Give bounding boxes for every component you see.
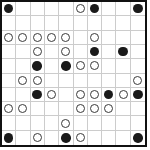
cell-r5c3[interactable] [31,59,45,73]
cell-r10c7[interactable] [88,131,102,145]
cell-r3c7[interactable] [88,31,102,45]
white-pearl [76,4,85,13]
cell-r3c10[interactable] [131,31,145,45]
cell-r7c3[interactable] [31,88,45,102]
cell-r1c4[interactable] [45,2,59,16]
white-pearl [76,133,85,142]
cell-r6c10[interactable] [131,74,145,88]
black-pearl [90,4,100,14]
black-pearl [61,61,71,71]
cell-r4c9[interactable] [116,45,130,59]
white-pearl [61,33,70,42]
white-pearl [133,76,142,85]
cell-r7c8[interactable] [102,88,116,102]
cell-r9c9[interactable] [116,116,130,130]
cell-r2c5[interactable] [59,16,73,30]
cell-r1c7[interactable] [88,2,102,16]
cell-r8c7[interactable] [88,102,102,116]
cell-r1c2[interactable] [16,2,30,16]
white-pearl [18,104,27,113]
white-pearl [76,104,85,113]
cell-r6c4[interactable] [45,74,59,88]
cell-r8c2[interactable] [16,102,30,116]
cell-r2c2[interactable] [16,16,30,30]
cell-r6c9[interactable] [116,74,130,88]
cell-r9c5[interactable] [59,116,73,130]
cell-r6c1[interactable] [2,74,16,88]
white-pearl [61,47,70,56]
cell-r2c10[interactable] [131,16,145,30]
cell-r10c8[interactable] [102,131,116,145]
cell-r8c10[interactable] [131,102,145,116]
cell-r5c8[interactable] [102,59,116,73]
cell-r4c2[interactable] [16,45,30,59]
cell-r7c5[interactable] [59,88,73,102]
cell-r3c5[interactable] [59,31,73,45]
black-pearl [104,90,114,100]
cell-r5c10[interactable] [131,59,145,73]
white-pearl [18,76,27,85]
cell-r3c3[interactable] [31,31,45,45]
cell-r6c3[interactable] [31,74,45,88]
cell-r9c2[interactable] [16,116,30,130]
cell-r2c1[interactable] [2,16,16,30]
cell-r8c3[interactable] [31,102,45,116]
cell-r10c5[interactable] [59,131,73,145]
cell-r6c5[interactable] [59,74,73,88]
white-pearl [119,90,128,99]
cell-r7c10[interactable] [131,88,145,102]
cell-r4c4[interactable] [45,45,59,59]
cell-r10c4[interactable] [45,131,59,145]
cell-r5c4[interactable] [45,59,59,73]
white-pearl [76,90,85,99]
cell-r8c9[interactable] [116,102,130,116]
white-pearl [33,47,42,56]
cell-r9c8[interactable] [102,116,116,130]
cell-r9c7[interactable] [88,116,102,130]
cell-r2c9[interactable] [116,16,130,30]
cell-r4c10[interactable] [131,45,145,59]
cell-r8c8[interactable] [102,102,116,116]
cell-r10c3[interactable] [31,131,45,145]
cell-r9c3[interactable] [31,116,45,130]
cell-r5c7[interactable] [88,59,102,73]
cell-r8c5[interactable] [59,102,73,116]
white-pearl [90,90,99,99]
white-pearl [33,133,42,142]
cell-r3c1[interactable] [2,31,16,45]
cell-r10c6[interactable] [74,131,88,145]
cell-r7c1[interactable] [2,88,16,102]
cell-r9c1[interactable] [2,116,16,130]
cell-r7c4[interactable] [45,88,59,102]
white-pearl [104,104,113,113]
cell-r3c4[interactable] [45,31,59,45]
cell-r4c6[interactable] [74,45,88,59]
cell-r4c3[interactable] [31,45,45,59]
cell-r10c1[interactable] [2,131,16,145]
cell-r8c4[interactable] [45,102,59,116]
cell-r3c9[interactable] [116,31,130,45]
cell-r7c6[interactable] [74,88,88,102]
cell-r2c6[interactable] [74,16,88,30]
white-pearl [4,104,13,113]
cell-r10c9[interactable] [116,131,130,145]
cell-r6c6[interactable] [74,74,88,88]
cell-r1c6[interactable] [74,2,88,16]
cell-r2c3[interactable] [31,16,45,30]
cell-r4c7[interactable] [88,45,102,59]
white-pearl [47,33,56,42]
cell-r5c2[interactable] [16,59,30,73]
cell-r8c6[interactable] [74,102,88,116]
black-pearl [133,133,143,143]
cell-r8c1[interactable] [2,102,16,116]
cell-r5c5[interactable] [59,59,73,73]
black-pearl [32,90,42,100]
cell-r3c6[interactable] [74,31,88,45]
cell-r1c9[interactable] [116,2,130,16]
black-pearl [133,90,143,100]
cell-r2c7[interactable] [88,16,102,30]
cell-r9c6[interactable] [74,116,88,130]
black-pearl [118,47,128,57]
cell-r10c2[interactable] [16,131,30,145]
white-pearl [90,104,99,113]
cell-r7c7[interactable] [88,88,102,102]
black-pearl [4,133,14,143]
cell-r4c1[interactable] [2,45,16,59]
cell-r5c9[interactable] [116,59,130,73]
cell-r6c2[interactable] [16,74,30,88]
white-pearl [76,61,85,70]
white-pearl [4,33,13,42]
cell-r6c7[interactable] [88,74,102,88]
cell-r5c1[interactable] [2,59,16,73]
cell-r6c8[interactable] [102,74,116,88]
white-pearl [90,33,99,42]
white-pearl [47,90,56,99]
black-pearl [4,4,14,14]
cell-r1c8[interactable] [102,2,116,16]
cell-r3c2[interactable] [16,31,30,45]
black-pearl [61,133,71,143]
cell-r4c8[interactable] [102,45,116,59]
white-pearl [18,33,27,42]
cell-r3c8[interactable] [102,31,116,45]
cell-r9c4[interactable] [45,116,59,130]
cell-r1c1[interactable] [2,2,16,16]
cell-r10c10[interactable] [131,131,145,145]
cell-r7c9[interactable] [116,88,130,102]
cell-r1c5[interactable] [59,2,73,16]
white-pearl [33,33,42,42]
black-pearl [90,47,100,57]
black-pearl [32,61,42,71]
cell-r2c8[interactable] [102,16,116,30]
white-pearl [61,119,70,128]
cell-r5c6[interactable] [74,59,88,73]
cell-r2c4[interactable] [45,16,59,30]
white-pearl [90,61,99,70]
cell-r1c10[interactable] [131,2,145,16]
white-pearl [33,76,42,85]
black-pearl [133,4,143,14]
cell-r4c5[interactable] [59,45,73,59]
cell-r7c2[interactable] [16,88,30,102]
cell-r1c3[interactable] [31,2,45,16]
cell-r9c10[interactable] [131,116,145,130]
masyu-board [0,0,147,147]
